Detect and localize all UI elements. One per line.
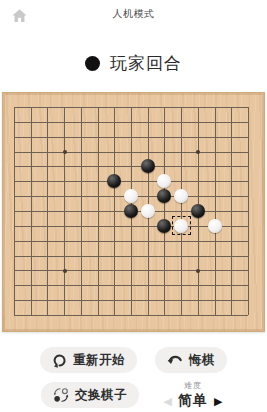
star-point <box>196 150 200 154</box>
board[interactable] <box>2 92 265 332</box>
grid-line <box>14 285 248 286</box>
turn-label: 玩家回合 <box>110 52 182 75</box>
restart-button[interactable]: 重新开始 <box>40 347 137 373</box>
undo-curved-arrow-icon <box>167 353 183 367</box>
difficulty-prev-button[interactable]: ◀ <box>164 396 172 407</box>
grid-line <box>14 241 248 242</box>
undo-label: 悔棋 <box>189 352 215 369</box>
grid-line <box>215 107 216 315</box>
white-stone <box>208 219 222 233</box>
grid-line <box>231 107 232 315</box>
black-stone-icon <box>85 56 100 71</box>
difficulty-next-button[interactable]: ▶ <box>214 396 222 407</box>
white-stone <box>141 204 155 218</box>
grid-line <box>14 270 248 271</box>
black-stone <box>157 189 171 203</box>
white-stone <box>124 189 138 203</box>
swap-label: 交换棋子 <box>75 387 127 404</box>
restart-circular-arrow-icon <box>52 353 67 368</box>
grid-line <box>14 256 248 257</box>
black-stone <box>157 219 171 233</box>
swap-stones-icon <box>53 387 69 403</box>
black-stone <box>124 204 138 218</box>
white-stone <box>174 189 188 203</box>
white-stone <box>174 219 188 233</box>
difficulty-label: 难度 <box>184 380 202 391</box>
star-point <box>63 269 67 273</box>
grid-line <box>181 107 182 315</box>
home-icon <box>11 7 28 24</box>
black-stone <box>107 174 121 188</box>
difficulty-selector: 难度 ◀ 简单 ▶ <box>160 380 226 410</box>
restart-label: 重新开始 <box>73 352 125 369</box>
home-button[interactable] <box>11 7 28 24</box>
grid-line <box>248 107 249 315</box>
page-title: 人机模式 <box>0 0 267 21</box>
turn-indicator: 玩家回合 <box>0 52 267 74</box>
star-point <box>196 269 200 273</box>
swap-button[interactable]: 交换棋子 <box>41 382 139 408</box>
controls: 重新开始 悔棋 交换棋子 难度 ◀ 简单 <box>0 347 267 410</box>
header: 人机模式 <box>0 0 267 30</box>
star-point <box>63 150 67 154</box>
undo-button[interactable]: 悔棋 <box>155 347 227 373</box>
black-stone <box>141 159 155 173</box>
grid-line <box>164 107 165 315</box>
white-stone <box>157 174 171 188</box>
difficulty-value: 简单 <box>178 392 208 410</box>
grid-line <box>14 300 248 301</box>
black-stone <box>191 204 205 218</box>
grid-line <box>14 315 248 316</box>
